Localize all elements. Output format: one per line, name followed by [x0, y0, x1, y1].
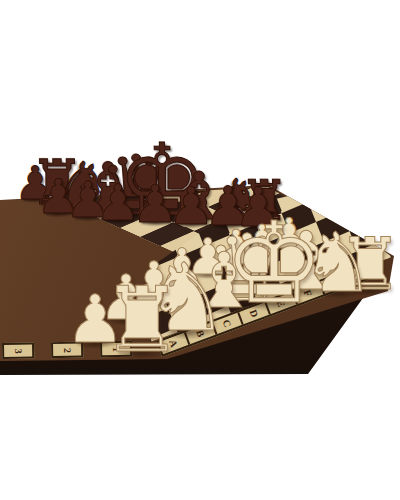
rank-label-3: 3 [2, 342, 34, 359]
rank-number: 3 [13, 348, 24, 353]
chess-piece-light-rook[interactable]: ♜ [102, 275, 183, 365]
product-photo: ABCDEFGH 321 ♟♜♞♝♟♛♟♚♟♝♜♟♞♟♟♟♟♟♟♟♟♜♝♞♛♟♚… [0, 0, 400, 500]
